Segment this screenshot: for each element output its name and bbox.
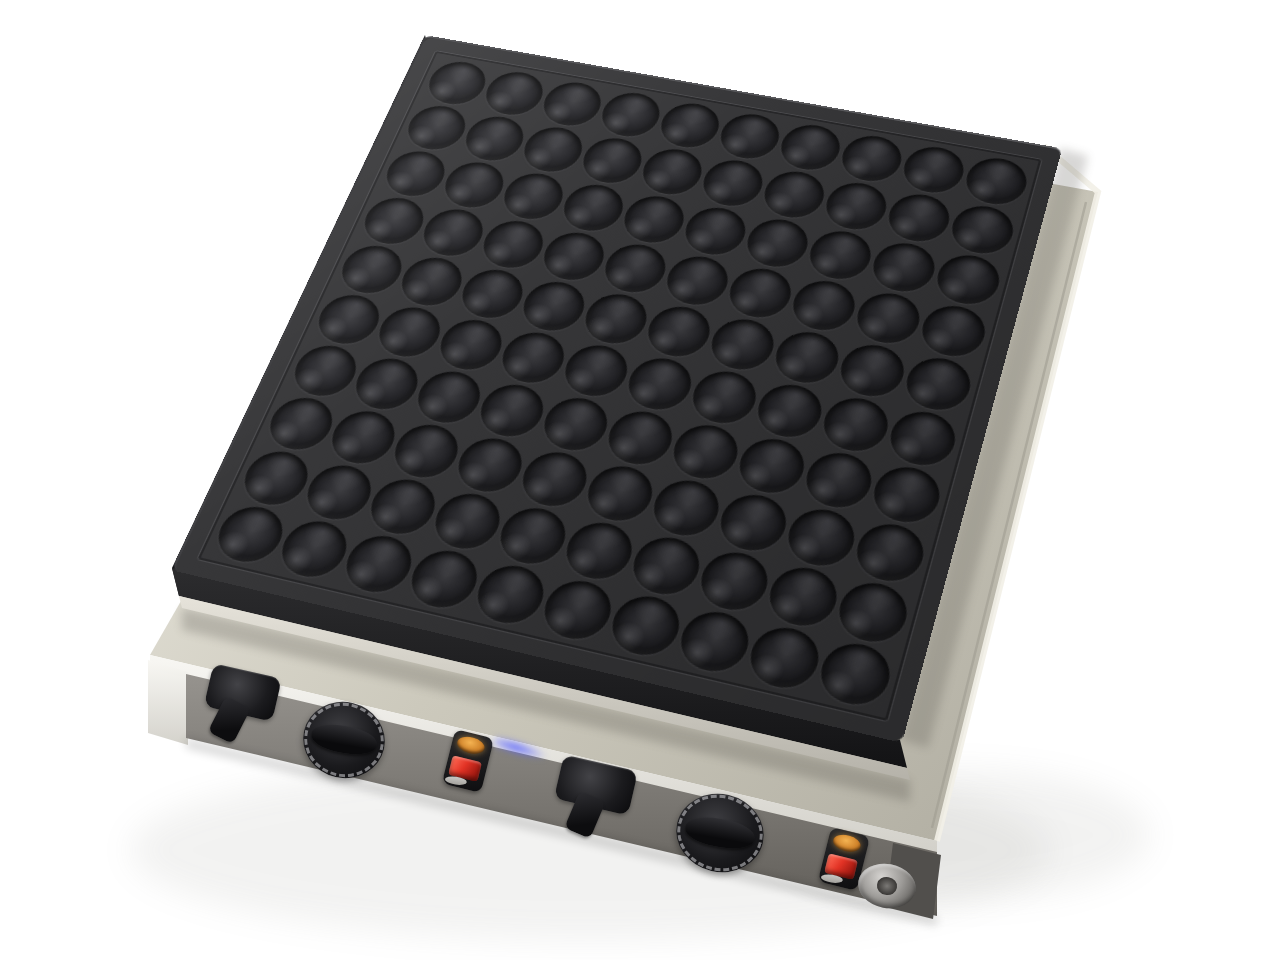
- base-front-left-face: [148, 660, 188, 745]
- mold: [786, 276, 861, 335]
- mold: [732, 433, 811, 498]
- mold: [323, 406, 403, 469]
- mold: [337, 530, 420, 598]
- mold: [636, 145, 709, 199]
- mold: [743, 621, 826, 694]
- mold: [723, 264, 798, 323]
- mold: [536, 228, 611, 285]
- mold: [781, 504, 861, 572]
- mold: [261, 393, 341, 455]
- mold: [883, 190, 955, 246]
- mold: [557, 340, 635, 401]
- mold: [437, 158, 511, 212]
- mold: [961, 154, 1032, 209]
- mold: [884, 406, 961, 470]
- mold: [595, 89, 667, 141]
- mold: [678, 203, 752, 259]
- mold: [814, 637, 897, 710]
- mold: [235, 446, 317, 510]
- mold: [867, 461, 946, 527]
- mold: [362, 474, 444, 540]
- mold: [832, 577, 913, 648]
- mold: [621, 353, 698, 415]
- mold: [625, 532, 707, 601]
- mold: [799, 447, 878, 513]
- mold: [758, 167, 831, 222]
- mold: [514, 447, 594, 512]
- mold: [851, 288, 926, 348]
- mold: [617, 192, 691, 248]
- mold: [454, 265, 530, 323]
- mold: [458, 112, 531, 165]
- mold: [310, 290, 388, 349]
- mold: [946, 201, 1018, 258]
- mold: [646, 475, 726, 541]
- mold: [900, 353, 976, 415]
- mold: [558, 517, 640, 585]
- mold: [556, 180, 630, 235]
- mold: [450, 433, 530, 497]
- mold: [409, 366, 488, 428]
- mold: [394, 253, 470, 310]
- mold: [576, 134, 649, 188]
- mold: [775, 121, 846, 175]
- mold: [666, 420, 745, 484]
- mold: [704, 314, 780, 374]
- mold: [762, 562, 843, 632]
- mold: [421, 58, 493, 109]
- mold: [386, 419, 466, 483]
- mold: [403, 545, 486, 614]
- mold: [286, 341, 365, 401]
- mold: [496, 169, 570, 224]
- mold: [516, 277, 592, 336]
- mold: [371, 302, 449, 361]
- mold: [347, 353, 426, 414]
- mold: [604, 590, 687, 661]
- mold: [867, 238, 941, 296]
- mold: [517, 123, 590, 176]
- mold: [536, 78, 608, 130]
- mold: [817, 393, 894, 457]
- mold: [580, 461, 660, 527]
- mold: [741, 215, 815, 272]
- mold: [334, 241, 410, 298]
- mold: [601, 406, 680, 470]
- mold: [416, 205, 491, 261]
- mold: [209, 501, 292, 568]
- mold: [660, 252, 735, 310]
- mold: [836, 132, 907, 186]
- mold: [356, 193, 431, 248]
- mold: [686, 366, 763, 428]
- mold: [713, 489, 793, 556]
- mold: [476, 216, 551, 272]
- mold: [931, 250, 1005, 309]
- scene: [0, 0, 1280, 960]
- mold: [696, 156, 769, 211]
- mold: [469, 560, 552, 629]
- mold: [834, 340, 910, 402]
- mold: [598, 240, 673, 297]
- mold: [479, 68, 551, 119]
- mold: [379, 147, 453, 201]
- mold: [673, 606, 756, 678]
- mold: [820, 178, 893, 234]
- mold: [751, 379, 828, 442]
- mold: [427, 488, 509, 555]
- mold: [693, 547, 774, 616]
- mold: [850, 518, 930, 587]
- mold: [400, 102, 473, 154]
- mold: [641, 302, 717, 362]
- mold: [714, 110, 785, 163]
- mold: [803, 226, 877, 283]
- caster-hub: [875, 876, 899, 897]
- mold: [769, 327, 845, 388]
- mold: [273, 515, 356, 582]
- mold: [298, 460, 380, 525]
- mold: [654, 99, 726, 152]
- mold: [536, 575, 619, 645]
- mold: [494, 327, 572, 387]
- mold: [432, 315, 510, 375]
- mold: [578, 289, 654, 348]
- mold: [536, 393, 615, 456]
- mold: [898, 143, 969, 198]
- mold: [472, 379, 551, 441]
- mold: [492, 502, 574, 569]
- mold: [916, 301, 991, 361]
